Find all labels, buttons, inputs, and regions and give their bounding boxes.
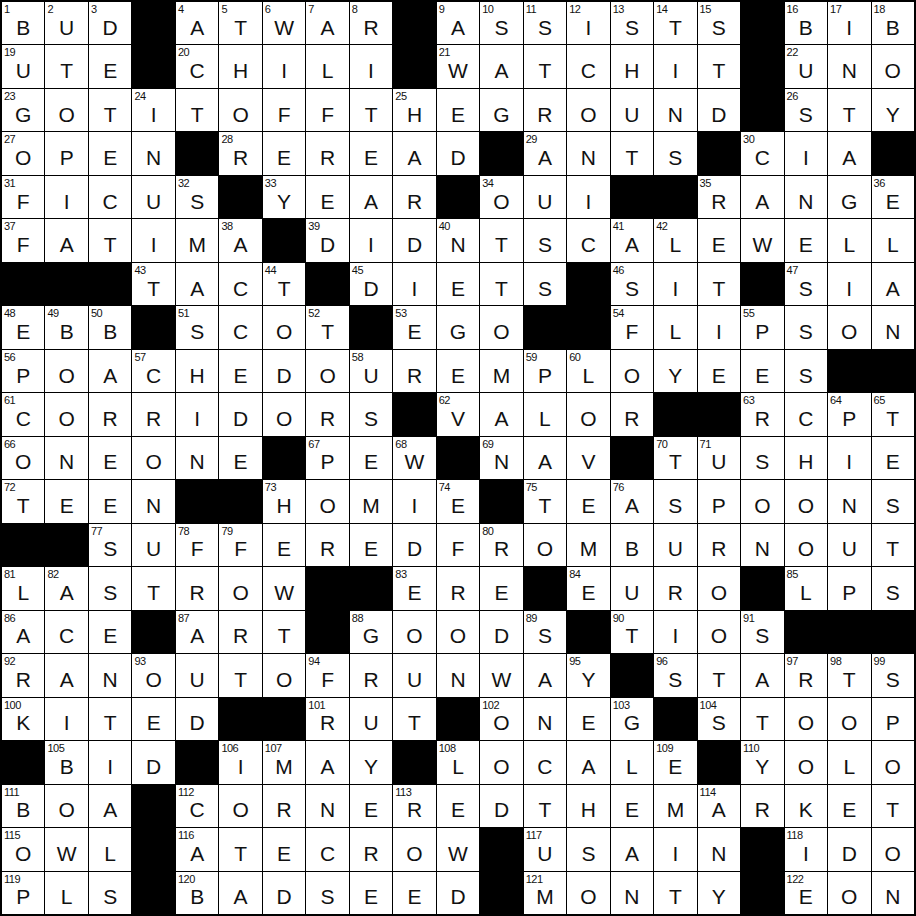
grid-cell[interactable]: 2U [45,2,87,44]
grid-cell[interactable]: 78F [176,524,218,566]
grid-cell[interactable]: 6W [263,2,305,44]
grid-cell[interactable]: O [219,785,261,827]
grid-cell[interactable]: 61C [2,393,44,435]
grid-cell[interactable]: O [45,350,87,392]
grid-cell[interactable]: O [219,567,261,609]
grid-cell[interactable]: 40N [437,219,479,261]
grid-cell[interactable]: U [828,524,870,566]
grid-cell[interactable]: T [176,89,218,131]
grid-cell[interactable]: T [698,45,740,87]
grid-cell[interactable]: A [350,176,392,218]
grid-cell[interactable]: T [89,698,131,740]
grid-cell[interactable]: 114A [698,785,740,827]
grid-cell[interactable]: 94F [306,654,348,696]
grid-cell[interactable]: 108L [437,741,479,783]
grid-cell[interactable]: A [741,654,783,696]
grid-cell[interactable]: T [654,872,696,914]
grid-cell[interactable]: E [567,698,609,740]
grid-cell[interactable]: O [219,89,261,131]
grid-cell[interactable]: O [785,741,827,783]
grid-cell[interactable]: P [872,698,914,740]
grid-cell[interactable]: O [393,828,435,870]
grid-cell[interactable]: 121M [524,872,566,914]
grid-cell[interactable]: 14T [654,2,696,44]
grid-cell[interactable]: I [698,306,740,348]
grid-cell[interactable]: I [567,176,609,218]
grid-cell[interactable]: R [393,176,435,218]
grid-cell[interactable]: I [785,132,827,174]
grid-cell[interactable]: 74E [437,480,479,522]
grid-cell[interactable]: O [306,350,348,392]
grid-cell[interactable]: 72T [2,480,44,522]
grid-cell[interactable]: I [654,45,696,87]
grid-cell[interactable]: R [306,393,348,435]
grid-cell[interactable]: W [741,219,783,261]
grid-cell[interactable]: E [350,872,392,914]
grid-cell[interactable]: E [263,828,305,870]
grid-cell[interactable]: 52T [306,306,348,348]
grid-cell[interactable]: S [524,263,566,305]
grid-cell[interactable]: E [437,350,479,392]
grid-cell[interactable]: R [350,828,392,870]
grid-cell[interactable]: 37F [2,219,44,261]
grid-cell[interactable]: 115O [2,828,44,870]
grid-cell[interactable]: 71U [698,437,740,479]
grid-cell[interactable]: S [89,567,131,609]
grid-cell[interactable]: 47S [785,263,827,305]
grid-cell[interactable]: Y [654,350,696,392]
grid-cell[interactable]: 30C [741,132,783,174]
grid-cell[interactable]: 75T [524,480,566,522]
grid-cell[interactable]: T [872,785,914,827]
grid-cell[interactable]: 99S [872,654,914,696]
grid-cell[interactable]: C [524,741,566,783]
grid-cell[interactable]: E [480,567,522,609]
grid-cell[interactable]: O [698,611,740,653]
grid-cell[interactable]: 58U [350,350,392,392]
grid-cell[interactable]: O [785,698,827,740]
grid-cell[interactable]: D [393,524,435,566]
grid-cell[interactable]: O [785,480,827,522]
grid-cell[interactable]: E [393,872,435,914]
grid-cell[interactable]: H [567,785,609,827]
grid-cell[interactable]: A [828,132,870,174]
grid-cell[interactable]: 51S [176,306,218,348]
grid-cell[interactable]: 19U [2,45,44,87]
grid-cell[interactable]: 63R [741,393,783,435]
grid-cell[interactable]: 116A [176,828,218,870]
grid-cell[interactable]: 83E [393,567,435,609]
grid-cell[interactable]: 96S [654,654,696,696]
grid-cell[interactable]: O [480,306,522,348]
grid-cell[interactable]: C [785,393,827,435]
grid-cell[interactable]: O [567,872,609,914]
grid-cell[interactable]: E [263,132,305,174]
grid-cell[interactable]: 60L [567,350,609,392]
grid-cell[interactable]: E [350,785,392,827]
grid-cell[interactable]: 87A [176,611,218,653]
grid-cell[interactable]: I [654,611,696,653]
grid-cell[interactable]: C [89,176,131,218]
grid-cell[interactable]: O [45,89,87,131]
grid-cell[interactable]: 82A [45,567,87,609]
grid-cell[interactable]: 69N [480,437,522,479]
grid-cell[interactable]: H [611,45,653,87]
grid-cell[interactable]: 44T [263,263,305,305]
grid-cell[interactable]: R [132,393,174,435]
grid-cell[interactable]: 112C [176,785,218,827]
grid-cell[interactable]: E [45,480,87,522]
grid-cell[interactable]: I [828,437,870,479]
grid-cell[interactable]: 29A [524,132,566,174]
grid-cell[interactable]: I [176,393,218,435]
grid-cell[interactable]: E [89,611,131,653]
grid-cell[interactable]: O [263,654,305,696]
grid-cell[interactable]: U [654,524,696,566]
grid-cell[interactable]: 3D [89,2,131,44]
grid-cell[interactable]: O [524,524,566,566]
grid-cell[interactable]: 109E [654,741,696,783]
grid-cell[interactable]: N [45,437,87,479]
grid-cell[interactable]: 67P [306,437,348,479]
grid-cell[interactable]: T [132,567,174,609]
grid-cell[interactable]: U [611,89,653,131]
grid-cell[interactable]: A [872,263,914,305]
grid-cell[interactable]: F [263,89,305,131]
grid-cell[interactable]: R [698,524,740,566]
grid-cell[interactable]: A [567,741,609,783]
grid-cell[interactable]: S [306,872,348,914]
grid-cell[interactable]: E [437,263,479,305]
grid-cell[interactable]: G [480,89,522,131]
grid-cell[interactable]: E [89,132,131,174]
grid-cell[interactable]: 120B [176,872,218,914]
grid-cell[interactable]: 81L [2,567,44,609]
grid-cell[interactable]: R [306,132,348,174]
grid-cell[interactable]: U [524,176,566,218]
grid-cell[interactable]: N [89,654,131,696]
grid-cell[interactable]: I [350,219,392,261]
grid-cell[interactable]: A [480,393,522,435]
grid-cell[interactable]: 64P [828,393,870,435]
grid-cell[interactable]: D [132,741,174,783]
grid-cell[interactable]: O [45,785,87,827]
grid-cell[interactable]: E [698,219,740,261]
grid-cell[interactable]: 17I [828,2,870,44]
grid-cell[interactable]: O [741,480,783,522]
grid-cell[interactable]: F [437,524,479,566]
grid-cell[interactable]: W [480,654,522,696]
grid-cell[interactable]: T [219,828,261,870]
grid-cell[interactable]: 59P [524,350,566,392]
grid-cell[interactable]: 25H [393,89,435,131]
grid-cell[interactable]: 113R [393,785,435,827]
grid-cell[interactable]: N [132,480,174,522]
grid-cell[interactable]: N [828,45,870,87]
grid-cell[interactable]: T [698,263,740,305]
grid-cell[interactable]: E [828,785,870,827]
grid-cell[interactable]: N [654,89,696,131]
grid-cell[interactable]: T [872,524,914,566]
grid-cell[interactable]: S [741,437,783,479]
grid-cell[interactable]: S [872,567,914,609]
grid-cell[interactable]: 111B [2,785,44,827]
grid-cell[interactable]: M [480,350,522,392]
grid-cell[interactable]: T [263,611,305,653]
grid-cell[interactable]: 56P [2,350,44,392]
grid-cell[interactable]: S [785,306,827,348]
grid-cell[interactable]: L [654,306,696,348]
grid-cell[interactable]: 31F [2,176,44,218]
grid-cell[interactable]: 110Y [741,741,783,783]
grid-cell[interactable]: R [219,611,261,653]
grid-cell[interactable]: E [89,480,131,522]
grid-cell[interactable]: A [45,654,87,696]
grid-cell[interactable]: 28R [219,132,261,174]
grid-cell[interactable]: I [263,45,305,87]
grid-cell[interactable]: F [306,89,348,131]
grid-cell[interactable]: 93O [132,654,174,696]
grid-cell[interactable]: N [176,437,218,479]
grid-cell[interactable]: E [741,350,783,392]
grid-cell[interactable]: D [437,132,479,174]
grid-cell[interactable]: E [350,132,392,174]
grid-cell[interactable]: U [611,567,653,609]
grid-cell[interactable]: 95Y [567,654,609,696]
grid-cell[interactable]: P [828,567,870,609]
grid-cell[interactable]: 66O [2,437,44,479]
grid-cell[interactable]: H [176,350,218,392]
grid-cell[interactable]: 97R [785,654,827,696]
grid-cell[interactable]: A [176,263,218,305]
grid-cell[interactable]: 103G [611,698,653,740]
grid-cell[interactable]: T [393,698,435,740]
grid-cell[interactable]: 89S [524,611,566,653]
grid-cell[interactable]: A [45,219,87,261]
grid-cell[interactable]: 13S [611,2,653,44]
grid-cell[interactable]: O [785,524,827,566]
grid-cell[interactable]: T [45,45,87,87]
grid-cell[interactable]: U [132,176,174,218]
grid-cell[interactable]: T [89,89,131,131]
grid-cell[interactable]: C [306,828,348,870]
grid-cell[interactable]: 21W [437,45,479,87]
grid-cell[interactable]: 8R [350,2,392,44]
grid-cell[interactable]: 107M [263,741,305,783]
grid-cell[interactable]: E [263,524,305,566]
grid-cell[interactable]: 119P [2,872,44,914]
grid-cell[interactable]: N [132,132,174,174]
grid-cell[interactable]: A [524,654,566,696]
grid-cell[interactable]: Y [698,872,740,914]
grid-cell[interactable]: O [828,698,870,740]
grid-cell[interactable]: E [785,219,827,261]
grid-cell[interactable]: M [567,524,609,566]
grid-cell[interactable]: 5T [219,2,261,44]
grid-cell[interactable]: D [698,89,740,131]
grid-cell[interactable]: T [524,785,566,827]
grid-cell[interactable]: E [437,89,479,131]
grid-cell[interactable]: 90T [611,611,653,653]
grid-cell[interactable]: 88G [350,611,392,653]
grid-cell[interactable]: E [306,176,348,218]
grid-cell[interactable]: D [480,785,522,827]
grid-cell[interactable]: 11S [524,2,566,44]
grid-cell[interactable]: C [567,219,609,261]
grid-cell[interactable]: T [480,263,522,305]
grid-cell[interactable]: 85L [785,567,827,609]
grid-cell[interactable]: I [654,828,696,870]
grid-cell[interactable]: I [654,263,696,305]
grid-cell[interactable]: 118I [785,828,827,870]
grid-cell[interactable]: E [437,785,479,827]
grid-cell[interactable]: 65T [872,393,914,435]
grid-cell[interactable]: O [872,828,914,870]
grid-cell[interactable]: 43T [132,263,174,305]
grid-cell[interactable]: K [785,785,827,827]
grid-cell[interactable]: S [654,132,696,174]
grid-cell[interactable]: L [872,219,914,261]
grid-cell[interactable]: D [263,872,305,914]
grid-cell[interactable]: 92R [2,654,44,696]
grid-cell[interactable]: O [132,437,174,479]
grid-cell[interactable]: D [480,611,522,653]
grid-cell[interactable]: O [306,480,348,522]
grid-cell[interactable]: 7A [306,2,348,44]
grid-cell[interactable]: E [698,350,740,392]
grid-cell[interactable]: 117U [524,828,566,870]
grid-cell[interactable]: 62V [437,393,479,435]
grid-cell[interactable]: 105B [45,741,87,783]
grid-cell[interactable]: U [393,654,435,696]
grid-cell[interactable]: E [350,524,392,566]
grid-cell[interactable]: S [350,393,392,435]
grid-cell[interactable]: U [350,698,392,740]
grid-cell[interactable]: S [524,219,566,261]
grid-cell[interactable]: G [437,306,479,348]
grid-cell[interactable]: O [480,741,522,783]
grid-cell[interactable]: E [219,437,261,479]
grid-cell[interactable]: 46S [611,263,653,305]
grid-cell[interactable]: L [524,393,566,435]
grid-cell[interactable]: 101R [306,698,348,740]
grid-cell[interactable]: O [828,306,870,348]
grid-cell[interactable]: T [741,698,783,740]
grid-cell[interactable]: 1B [2,2,44,44]
grid-cell[interactable]: A [306,741,348,783]
grid-cell[interactable]: O [828,872,870,914]
grid-cell[interactable]: N [741,524,783,566]
grid-cell[interactable]: A [524,437,566,479]
grid-cell[interactable]: D [828,828,870,870]
grid-cell[interactable]: A [219,872,261,914]
grid-cell[interactable]: M [176,219,218,261]
grid-cell[interactable]: I [393,263,435,305]
grid-cell[interactable]: O [437,611,479,653]
grid-cell[interactable]: 22U [785,45,827,87]
grid-cell[interactable]: R [741,785,783,827]
grid-cell[interactable]: G [828,176,870,218]
grid-cell[interactable]: 50B [89,306,131,348]
grid-cell[interactable]: T [698,654,740,696]
grid-cell[interactable]: 26S [785,89,827,131]
grid-cell[interactable]: N [437,654,479,696]
grid-cell[interactable]: W [437,828,479,870]
grid-cell[interactable]: 98T [828,654,870,696]
grid-cell[interactable]: A [393,132,435,174]
grid-cell[interactable]: O [567,393,609,435]
grid-cell[interactable]: 57C [132,350,174,392]
grid-cell[interactable]: I [393,480,435,522]
grid-cell[interactable]: 73H [263,480,305,522]
grid-cell[interactable]: N [524,698,566,740]
grid-cell[interactable]: M [654,785,696,827]
grid-cell[interactable]: O [263,306,305,348]
grid-cell[interactable]: T [828,89,870,131]
grid-cell[interactable]: A [611,828,653,870]
grid-cell[interactable]: I [89,741,131,783]
grid-cell[interactable]: 23G [2,89,44,131]
grid-cell[interactable]: N [872,306,914,348]
grid-cell[interactable]: I [350,45,392,87]
grid-cell[interactable]: R [176,567,218,609]
grid-cell[interactable]: E [872,437,914,479]
grid-cell[interactable]: A [480,45,522,87]
grid-cell[interactable]: D [437,872,479,914]
grid-cell[interactable]: E [89,45,131,87]
grid-cell[interactable]: 54F [611,306,653,348]
grid-cell[interactable]: 12I [567,2,609,44]
grid-cell[interactable]: L [611,741,653,783]
grid-cell[interactable]: L [306,45,348,87]
grid-cell[interactable]: R [350,654,392,696]
grid-cell[interactable]: T [89,219,131,261]
grid-cell[interactable]: S [567,828,609,870]
grid-cell[interactable]: 15S [698,2,740,44]
grid-cell[interactable]: 16B [785,2,827,44]
grid-cell[interactable]: A [89,785,131,827]
grid-cell[interactable]: 36E [872,176,914,218]
grid-cell[interactable]: B [611,524,653,566]
grid-cell[interactable]: D [219,393,261,435]
grid-cell[interactable]: R [89,393,131,435]
grid-cell[interactable]: 35R [698,176,740,218]
grid-cell[interactable]: 4A [176,2,218,44]
grid-cell[interactable]: O [567,89,609,131]
grid-cell[interactable]: P [45,132,87,174]
grid-cell[interactable]: N [872,872,914,914]
grid-cell[interactable]: 106I [219,741,261,783]
grid-cell[interactable]: 34O [480,176,522,218]
grid-cell[interactable]: 79F [219,524,261,566]
grid-cell[interactable]: O [393,611,435,653]
grid-cell[interactable]: N [785,176,827,218]
grid-cell[interactable]: R [437,567,479,609]
grid-cell[interactable]: 77S [89,524,131,566]
grid-cell[interactable]: 45D [350,263,392,305]
grid-cell[interactable]: S [89,872,131,914]
grid-cell[interactable]: T [480,219,522,261]
grid-cell[interactable]: 38A [219,219,261,261]
grid-cell[interactable]: 48E [2,306,44,348]
grid-cell[interactable]: I [45,698,87,740]
grid-cell[interactable]: I [132,219,174,261]
grid-cell[interactable]: 84E [567,567,609,609]
grid-cell[interactable]: L [828,741,870,783]
grid-cell[interactable]: E [567,480,609,522]
grid-cell[interactable]: 122E [785,872,827,914]
grid-cell[interactable]: S [785,350,827,392]
